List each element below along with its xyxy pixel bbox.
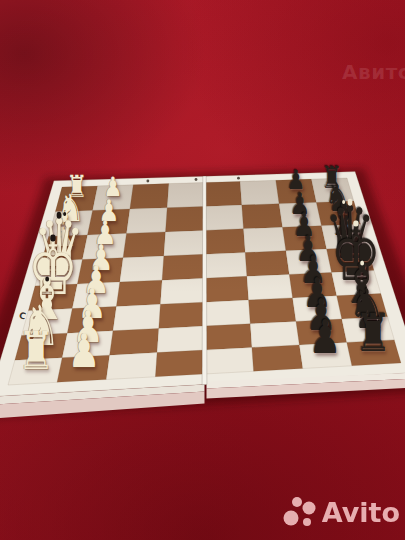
hinge-screw xyxy=(146,180,149,183)
avito-watermark-top: Авито xyxy=(342,60,405,84)
avito-watermark: Avito xyxy=(282,494,400,530)
avito-logo-icon xyxy=(282,494,318,530)
hinge-seam xyxy=(202,176,207,385)
avito-watermark-text: Avito xyxy=(322,497,400,528)
hinge-screw xyxy=(195,178,198,181)
hinge-screw xyxy=(237,177,240,180)
